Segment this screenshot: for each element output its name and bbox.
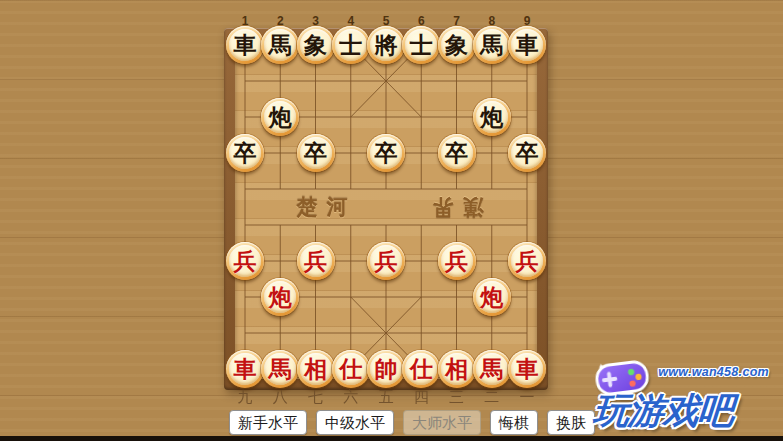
cell-r6-c3[interactable]	[333, 243, 368, 279]
cell-r9-c0[interactable]: 車	[227, 351, 262, 387]
logo-name: 玩游戏吧	[591, 387, 734, 436]
piece-glyph: 炮	[269, 106, 292, 129]
cell-r9-c1[interactable]: 馬	[263, 351, 298, 387]
black-chariot[interactable]: 車	[508, 26, 546, 64]
cell-r4-c8[interactable]	[509, 171, 544, 207]
cell-r3-c7[interactable]	[474, 135, 509, 171]
piece-glyph: 卒	[234, 142, 257, 165]
black-elephant[interactable]: 象	[297, 26, 335, 64]
novice-level-button[interactable]: 新手水平	[229, 410, 307, 435]
cell-r1-c8[interactable]	[509, 63, 544, 99]
piece-glyph: 車	[516, 358, 539, 381]
file-label-bottom-3: 七	[308, 388, 323, 407]
cell-r7-c7[interactable]: 炮	[474, 279, 509, 315]
piece-glyph: 兵	[445, 250, 468, 273]
piece-glyph: 士	[339, 34, 362, 57]
black-soldier[interactable]: 卒	[367, 134, 405, 172]
cell-r3-c2[interactable]: 卒	[298, 135, 333, 171]
cell-r6-c1[interactable]	[263, 243, 298, 279]
cell-r0-c1[interactable]: 馬	[263, 27, 298, 63]
cell-r5-c6[interactable]	[439, 207, 474, 243]
intermediate-level-button[interactable]: 中级水平	[316, 410, 394, 435]
cell-r5-c5[interactable]	[404, 207, 439, 243]
cell-r4-c1[interactable]	[263, 171, 298, 207]
piece-glyph: 士	[410, 34, 433, 57]
cell-r3-c1[interactable]	[263, 135, 298, 171]
black-soldier[interactable]: 卒	[226, 134, 264, 172]
cell-r4-c3[interactable]	[333, 171, 368, 207]
piece-glyph: 卒	[445, 142, 468, 165]
red-chariot[interactable]: 車	[226, 350, 264, 388]
master-level-button: 大师水平	[403, 410, 481, 435]
piece-glyph: 兵	[234, 250, 257, 273]
cell-r3-c4[interactable]: 卒	[368, 135, 403, 171]
red-general[interactable]: 帥	[367, 350, 405, 388]
file-label-bottom-7: 三	[449, 388, 464, 407]
piece-glyph: 兵	[516, 250, 539, 273]
cell-r2-c1[interactable]: 炮	[263, 99, 298, 135]
cell-r1-c4[interactable]	[368, 63, 403, 99]
piece-glyph: 卒	[304, 142, 327, 165]
black-soldier[interactable]: 卒	[508, 134, 546, 172]
cell-r1-c2[interactable]	[298, 63, 333, 99]
cell-r0-c2[interactable]: 象	[298, 27, 333, 63]
cell-r2-c4[interactable]	[368, 99, 403, 135]
cell-r1-c0[interactable]	[227, 63, 262, 99]
piece-glyph: 車	[234, 34, 257, 57]
cell-r8-c3[interactable]	[333, 315, 368, 351]
cell-r8-c7[interactable]	[474, 315, 509, 351]
cell-r1-c3[interactable]	[333, 63, 368, 99]
cell-r8-c1[interactable]	[263, 315, 298, 351]
black-advisor[interactable]: 士	[332, 26, 370, 64]
black-cannon[interactable]: 炮	[261, 98, 299, 136]
cell-r4-c0[interactable]	[227, 171, 262, 207]
file-label-bottom-1: 九	[238, 388, 253, 407]
piece-glyph: 炮	[480, 106, 503, 129]
cell-r7-c1[interactable]: 炮	[263, 279, 298, 315]
cell-r6-c5[interactable]	[404, 243, 439, 279]
cell-r5-c2[interactable]	[298, 207, 333, 243]
cell-r1-c1[interactable]	[263, 63, 298, 99]
cell-r7-c2[interactable]	[298, 279, 333, 315]
piece-glyph: 帥	[375, 358, 398, 381]
cell-r9-c7[interactable]: 馬	[474, 351, 509, 387]
piece-glyph: 卒	[375, 142, 398, 165]
black-general[interactable]: 將	[367, 26, 405, 64]
cell-r8-c4[interactable]	[368, 315, 403, 351]
red-elephant[interactable]: 相	[438, 350, 476, 388]
piece-glyph: 仕	[339, 358, 362, 381]
cell-r0-c5[interactable]: 士	[404, 27, 439, 63]
cell-r6-c2[interactable]: 兵	[298, 243, 333, 279]
cell-r6-c6[interactable]: 兵	[439, 243, 474, 279]
cell-r6-c0[interactable]: 兵	[227, 243, 262, 279]
undo-move-button[interactable]: 悔棋	[490, 410, 538, 435]
cell-r8-c2[interactable]	[298, 315, 333, 351]
piece-glyph: 兵	[375, 250, 398, 273]
cell-r2-c5[interactable]	[404, 99, 439, 135]
piece-glyph: 馬	[480, 358, 503, 381]
black-soldier[interactable]: 卒	[297, 134, 335, 172]
red-soldier[interactable]: 兵	[438, 242, 476, 280]
piece-glyph: 象	[445, 34, 468, 57]
piece-glyph: 仕	[410, 358, 433, 381]
file-label-bottom-4: 六	[343, 388, 358, 407]
cell-r2-c6[interactable]	[439, 99, 474, 135]
piece-glyph: 象	[304, 34, 327, 57]
piece-glyph: 馬	[480, 34, 503, 57]
red-soldier[interactable]: 兵	[226, 242, 264, 280]
piece-glyph: 馬	[269, 34, 292, 57]
cell-r3-c5[interactable]	[404, 135, 439, 171]
cell-r9-c8[interactable]: 車	[509, 351, 544, 387]
piece-glyph: 兵	[304, 250, 327, 273]
cell-r3-c3[interactable]	[333, 135, 368, 171]
file-label-bottom-5: 五	[379, 388, 394, 407]
black-horse[interactable]: 馬	[261, 26, 299, 64]
cell-r0-c8[interactable]: 車	[509, 27, 544, 63]
file-label-bottom-6: 四	[414, 388, 429, 407]
cell-r3-c6[interactable]: 卒	[439, 135, 474, 171]
cell-r4-c4[interactable]	[368, 171, 403, 207]
file-label-bottom-8: 二	[484, 388, 499, 407]
cell-r0-c4[interactable]: 將	[368, 27, 403, 63]
red-horse[interactable]: 馬	[473, 350, 511, 388]
cell-r4-c2[interactable]	[298, 171, 333, 207]
cell-r2-c0[interactable]	[227, 99, 262, 135]
black-soldier[interactable]: 卒	[438, 134, 476, 172]
cell-r0-c7[interactable]: 馬	[474, 27, 509, 63]
cell-r4-c7[interactable]	[474, 171, 509, 207]
cell-r5-c8[interactable]	[509, 207, 544, 243]
cell-r0-c6[interactable]: 象	[439, 27, 474, 63]
red-advisor[interactable]: 仕	[402, 350, 440, 388]
piece-glyph: 車	[234, 358, 257, 381]
red-soldier[interactable]: 兵	[508, 242, 546, 280]
black-horse[interactable]: 馬	[473, 26, 511, 64]
cell-r1-c7[interactable]	[474, 63, 509, 99]
red-soldier[interactable]: 兵	[297, 242, 335, 280]
cell-r1-c5[interactable]	[404, 63, 439, 99]
black-advisor[interactable]: 士	[402, 26, 440, 64]
cell-r6-c7[interactable]	[474, 243, 509, 279]
piece-glyph: 炮	[269, 286, 292, 309]
cell-r8-c0[interactable]	[227, 315, 262, 351]
cell-r4-c5[interactable]	[404, 171, 439, 207]
wan458-logo[interactable]: www.wan458.com 玩游戏吧	[591, 358, 771, 436]
cell-r3-c0[interactable]: 卒	[227, 135, 262, 171]
cell-r2-c3[interactable]	[333, 99, 368, 135]
cell-r0-c0[interactable]: 車	[227, 27, 262, 63]
piece-glyph: 車	[516, 34, 539, 57]
cell-r9-c4[interactable]: 帥	[368, 351, 403, 387]
cell-r2-c8[interactable]	[509, 99, 544, 135]
cell-r2-c2[interactable]	[298, 99, 333, 135]
cell-r0-c3[interactable]: 士	[333, 27, 368, 63]
piece-glyph: 相	[445, 358, 468, 381]
black-elephant[interactable]: 象	[438, 26, 476, 64]
black-chariot[interactable]: 車	[226, 26, 264, 64]
cell-r8-c5[interactable]	[404, 315, 439, 351]
cell-r3-c8[interactable]: 卒	[509, 135, 544, 171]
red-soldier[interactable]: 兵	[367, 242, 405, 280]
red-chariot[interactable]: 車	[508, 350, 546, 388]
red-advisor[interactable]: 仕	[332, 350, 370, 388]
cell-r6-c4[interactable]: 兵	[368, 243, 403, 279]
red-cannon[interactable]: 炮	[473, 278, 511, 316]
piece-glyph: 炮	[480, 286, 503, 309]
change-skin-button[interactable]: 换肤	[547, 410, 595, 435]
cell-r7-c5[interactable]	[404, 279, 439, 315]
cell-r9-c2[interactable]: 相	[298, 351, 333, 387]
piece-glyph: 卒	[516, 142, 539, 165]
cell-r2-c7[interactable]: 炮	[474, 99, 509, 135]
cell-r8-c6[interactable]	[439, 315, 474, 351]
cell-r9-c3[interactable]: 仕	[333, 351, 368, 387]
piece-glyph: 馬	[269, 358, 292, 381]
xiangqi-game-screen: 楚河 漢界 123456789 九八七六五四三二一 車馬象士將士象馬車炮炮卒卒卒…	[0, 0, 783, 441]
cell-r5-c4[interactable]	[368, 207, 403, 243]
cell-r9-c6[interactable]: 相	[439, 351, 474, 387]
cell-r5-c7[interactable]	[474, 207, 509, 243]
piece-glyph: 相	[304, 358, 327, 381]
cell-r7-c4[interactable]	[368, 279, 403, 315]
file-label-bottom-2: 八	[273, 388, 288, 407]
red-horse[interactable]: 馬	[261, 350, 299, 388]
red-cannon[interactable]: 炮	[261, 278, 299, 316]
cell-r6-c8[interactable]: 兵	[509, 243, 544, 279]
cell-r8-c8[interactable]	[509, 315, 544, 351]
cell-r7-c8[interactable]	[509, 279, 544, 315]
board[interactable]: 車馬象士將士象馬車炮炮卒卒卒卒卒兵兵兵兵兵炮炮車馬相仕帥仕相馬車	[227, 27, 544, 387]
cell-r4-c6[interactable]	[439, 171, 474, 207]
logo-url: www.wan458.com	[658, 365, 769, 379]
black-cannon[interactable]: 炮	[473, 98, 511, 136]
cell-r5-c1[interactable]	[263, 207, 298, 243]
cell-r7-c3[interactable]	[333, 279, 368, 315]
cell-r5-c3[interactable]	[333, 207, 368, 243]
cell-r7-c0[interactable]	[227, 279, 262, 315]
control-button-row: 新手水平中级水平大师水平悔棋换肤	[229, 410, 595, 435]
red-elephant[interactable]: 相	[297, 350, 335, 388]
piece-glyph: 將	[375, 34, 398, 57]
bottom-dark-strip	[0, 436, 783, 441]
cell-r9-c5[interactable]: 仕	[404, 351, 439, 387]
cell-r7-c6[interactable]	[439, 279, 474, 315]
file-label-bottom-9: 一	[520, 388, 535, 407]
cell-r5-c0[interactable]	[227, 207, 262, 243]
cell-r1-c6[interactable]	[439, 63, 474, 99]
